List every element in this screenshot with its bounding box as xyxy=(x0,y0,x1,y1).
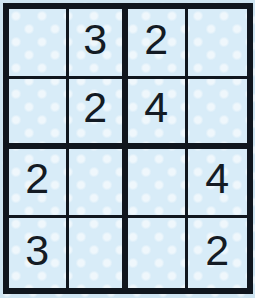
cell-r1c2[interactable]: 3 xyxy=(69,9,129,79)
cell-value: 4 xyxy=(144,86,168,129)
cell-r1c3[interactable]: 2 xyxy=(128,9,188,79)
cell-value: 2 xyxy=(205,229,229,272)
cell-value: 3 xyxy=(83,18,107,61)
cell-r2c4[interactable] xyxy=(188,79,248,149)
sudoku-screen: 3 2 2 4 2 4 3 2 xyxy=(0,0,255,298)
cell-value: 2 xyxy=(25,157,49,200)
cell-r4c4[interactable]: 2 xyxy=(188,218,248,288)
sudoku-board: 3 2 2 4 2 4 3 2 xyxy=(3,3,253,294)
cell-r4c2[interactable] xyxy=(69,218,129,288)
cell-r3c1[interactable]: 2 xyxy=(9,149,69,219)
cell-value: 2 xyxy=(144,18,168,61)
cell-r2c2[interactable]: 2 xyxy=(69,79,129,149)
cell-r1c1[interactable] xyxy=(9,9,69,79)
cell-r3c4[interactable]: 4 xyxy=(188,149,248,219)
cell-value: 2 xyxy=(83,86,107,129)
cell-value: 4 xyxy=(205,157,229,200)
cell-value: 3 xyxy=(25,229,49,272)
cell-r3c2[interactable] xyxy=(69,149,129,219)
cell-r4c1[interactable]: 3 xyxy=(9,218,69,288)
cell-r2c1[interactable] xyxy=(9,79,69,149)
cell-r4c3[interactable] xyxy=(128,218,188,288)
cell-r3c3[interactable] xyxy=(128,149,188,219)
cell-r1c4[interactable] xyxy=(188,9,248,79)
cell-r2c3[interactable]: 4 xyxy=(128,79,188,149)
